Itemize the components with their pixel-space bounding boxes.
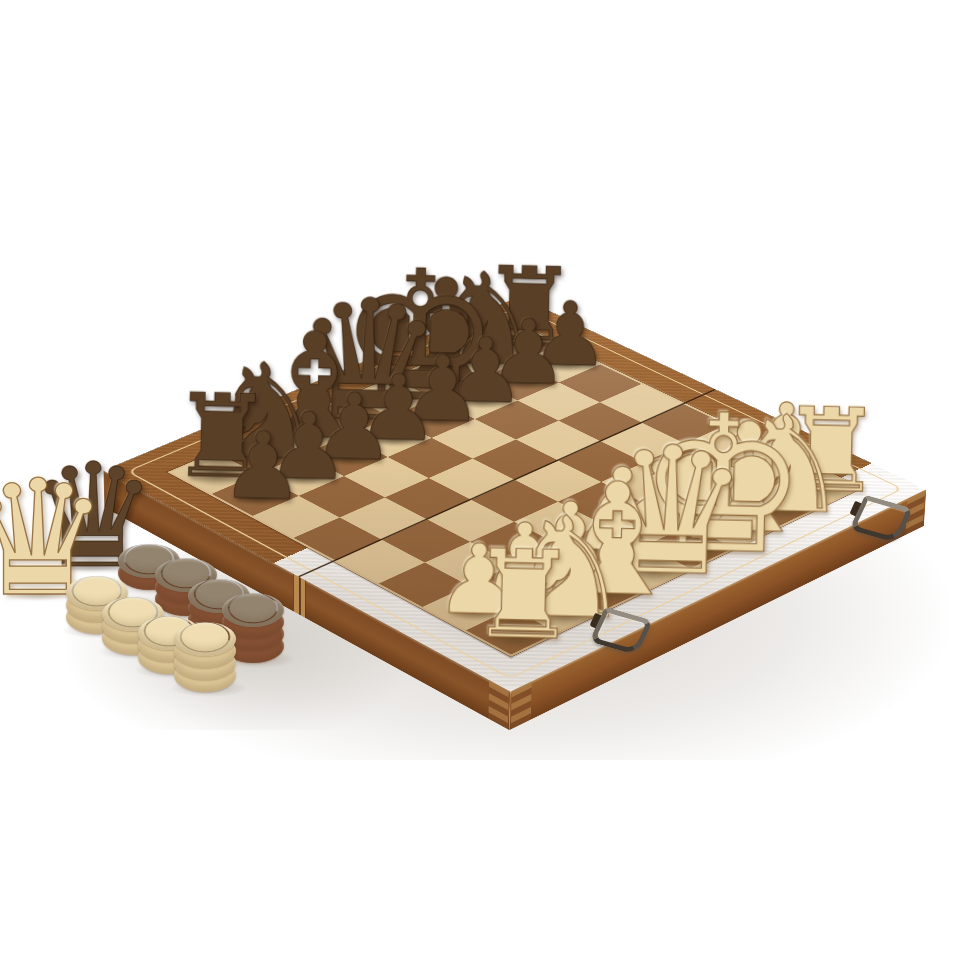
piece-contact-shadow bbox=[442, 342, 523, 379]
piece-contact-shadow bbox=[535, 348, 597, 376]
white-rook-a1: ♜ bbox=[453, 533, 593, 658]
black-rook-h8: ♜ bbox=[466, 252, 592, 364]
black-rook-a8: ♜ bbox=[155, 378, 288, 496]
piece-contact-shadow bbox=[532, 550, 599, 583]
piece-contact-shadow bbox=[406, 403, 470, 433]
black-pawn-g7: ♟ bbox=[464, 307, 591, 399]
latch-clasp-2 bbox=[856, 500, 906, 538]
black-queen-d8: ♛ bbox=[292, 276, 423, 445]
piece-contact-shadow bbox=[493, 366, 556, 395]
white-bishop-c1: ♝ bbox=[546, 462, 685, 619]
piece-contact-shadow bbox=[707, 470, 772, 501]
piece-contact-shadow bbox=[742, 487, 827, 528]
black-bishop-f8: ♝ bbox=[380, 259, 509, 405]
fold-hinge-joint bbox=[293, 574, 306, 619]
piece-contact-shadow bbox=[577, 530, 644, 563]
white-bishop-f1: ♝ bbox=[679, 402, 815, 556]
piece-contact-shadow bbox=[399, 360, 481, 398]
black-king-e8: ♚ bbox=[337, 246, 467, 429]
piece-contact-shadow bbox=[474, 611, 564, 656]
piece-contact-shadow bbox=[664, 489, 730, 521]
black-pawn-h7: ♟ bbox=[507, 290, 633, 381]
black-pawn-f7: ♟ bbox=[421, 325, 549, 417]
white-pawn-a2: ♟ bbox=[409, 531, 548, 631]
piece-contact-shadow bbox=[621, 509, 687, 541]
latch-clasp-1 bbox=[596, 612, 646, 650]
white-pawn-h2: ♟ bbox=[720, 390, 851, 484]
black-knight-g8: ♞ bbox=[423, 255, 550, 384]
product-photo-scene: ♜♞♝♛♚♝♞♜♟♟♟♟♟♟♟♟♟♟♟♟♟♟♟♟♜♞♝♛♚♝♞♜ ♛♛ bbox=[0, 0, 960, 960]
piece-contact-shadow bbox=[356, 378, 438, 416]
piece-contact-shadow bbox=[486, 571, 554, 605]
piece-contact-shadow bbox=[699, 507, 785, 549]
